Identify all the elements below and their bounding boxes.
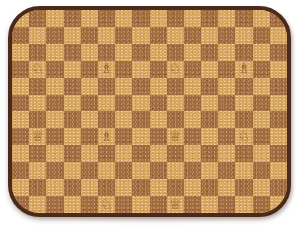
- board-square: [132, 95, 149, 112]
- board-square: [81, 128, 98, 145]
- board-square: ♘: [29, 61, 46, 78]
- board-square: [167, 27, 184, 44]
- board-square: [46, 27, 63, 44]
- board-square: [64, 128, 81, 145]
- board-square: [167, 162, 184, 179]
- board-square: [29, 95, 46, 112]
- board-square: [132, 61, 149, 78]
- board-square: [167, 179, 184, 196]
- board-square: [218, 44, 235, 61]
- squirrel-outline-stamp-icon: ♕: [169, 197, 182, 211]
- board-square: [12, 162, 29, 179]
- board-square: [201, 78, 218, 95]
- board-square: [46, 111, 63, 128]
- board-square: [201, 111, 218, 128]
- board-square: [81, 162, 98, 179]
- dog-outline-stamp-icon: ♘: [32, 61, 45, 75]
- board-square: [64, 179, 81, 196]
- board-square: [235, 145, 252, 162]
- board-square: [132, 10, 149, 27]
- board-square: [235, 95, 252, 112]
- board-square: [150, 10, 167, 27]
- squirrel-outline-stamp-icon: ♕: [32, 129, 45, 143]
- board-square: [218, 196, 235, 213]
- board-square: [253, 196, 270, 213]
- board-square: ♕: [167, 196, 184, 213]
- board-square: [184, 145, 201, 162]
- board-square: [115, 111, 132, 128]
- board-square: [115, 44, 132, 61]
- board-square: [64, 10, 81, 27]
- board-square: [150, 44, 167, 61]
- board-square: [12, 27, 29, 44]
- board-square: [218, 78, 235, 95]
- board-square: [235, 162, 252, 179]
- board-square: [184, 111, 201, 128]
- board-square: [115, 196, 132, 213]
- board-square: [150, 61, 167, 78]
- board-square: [150, 196, 167, 213]
- board-square: ♕: [167, 128, 184, 145]
- board-square: [115, 179, 132, 196]
- board-square: [81, 10, 98, 27]
- board-square: [12, 128, 29, 145]
- board-square: [12, 78, 29, 95]
- board-square: [81, 27, 98, 44]
- cork-checkerboard-mat: ♘♗♘♗♕♗♕♘♘♕: [8, 6, 291, 217]
- board-square: [270, 162, 287, 179]
- board-square: [46, 179, 63, 196]
- board-square: [115, 128, 132, 145]
- board-square: [201, 61, 218, 78]
- board-square: [218, 27, 235, 44]
- board-square: [46, 128, 63, 145]
- board-square: [29, 196, 46, 213]
- board-square: [270, 78, 287, 95]
- board-square: [12, 10, 29, 27]
- board-square: [167, 44, 184, 61]
- board-square: [132, 44, 149, 61]
- board-square: [81, 61, 98, 78]
- board-square: [201, 10, 218, 27]
- board-square: [98, 179, 115, 196]
- board-square: [115, 95, 132, 112]
- board-square: [29, 27, 46, 44]
- board-square: [253, 162, 270, 179]
- board-square: ♗: [98, 61, 115, 78]
- board-square: [235, 196, 252, 213]
- board-square: [167, 10, 184, 27]
- board-square: [81, 44, 98, 61]
- dog-outline-stamp-icon: ♘: [169, 61, 182, 75]
- board-square: [12, 111, 29, 128]
- dog-outline-stamp-icon: ♘: [238, 129, 251, 143]
- board-square: [98, 44, 115, 61]
- board-square: [167, 145, 184, 162]
- board-square: [235, 44, 252, 61]
- board-square: [64, 196, 81, 213]
- board-square: [81, 95, 98, 112]
- board-square: [253, 61, 270, 78]
- board-square: [184, 179, 201, 196]
- board-square: [201, 95, 218, 112]
- board-square: [98, 111, 115, 128]
- board-square: [253, 44, 270, 61]
- board-square: [253, 27, 270, 44]
- board-square: [46, 44, 63, 61]
- board-square: [98, 95, 115, 112]
- board-square: [81, 145, 98, 162]
- board-square: [201, 27, 218, 44]
- board-square: [12, 44, 29, 61]
- board-square: [218, 145, 235, 162]
- board-square: [167, 111, 184, 128]
- board-square: [218, 95, 235, 112]
- board-square: [218, 179, 235, 196]
- board-square: [253, 179, 270, 196]
- board-square: [81, 111, 98, 128]
- board-square: [98, 78, 115, 95]
- board-square: [64, 111, 81, 128]
- board-square: [64, 44, 81, 61]
- cat-outline-stamp-icon: ♗: [238, 61, 251, 75]
- board-square: [150, 179, 167, 196]
- board-square: [132, 128, 149, 145]
- board-square: [12, 95, 29, 112]
- board-square: [64, 95, 81, 112]
- board-square: [150, 95, 167, 112]
- board-square: [46, 10, 63, 27]
- board-square: [12, 145, 29, 162]
- board-square: [270, 111, 287, 128]
- board-square: [132, 162, 149, 179]
- board-square: [64, 27, 81, 44]
- board-square: [253, 128, 270, 145]
- board-square: [64, 78, 81, 95]
- board-square: [150, 27, 167, 44]
- board-square: [253, 10, 270, 27]
- board-square: [184, 128, 201, 145]
- board-square: [29, 78, 46, 95]
- board-square: [270, 44, 287, 61]
- board-square: [46, 196, 63, 213]
- board-square: [218, 10, 235, 27]
- board-square: [201, 44, 218, 61]
- board-square: ♘: [98, 196, 115, 213]
- squirrel-outline-stamp-icon: ♕: [169, 129, 182, 143]
- board-square: [46, 78, 63, 95]
- checkerboard-grid: ♘♗♘♗♕♗♕♘♘♕: [12, 10, 287, 213]
- cat-outline-stamp-icon: ♗: [100, 61, 113, 75]
- board-square: [235, 27, 252, 44]
- board-square: [98, 27, 115, 44]
- board-square: [201, 179, 218, 196]
- board-square: [150, 111, 167, 128]
- board-square: [235, 179, 252, 196]
- board-square: [184, 95, 201, 112]
- board-square: [98, 145, 115, 162]
- board-square: [253, 78, 270, 95]
- board-square: [115, 27, 132, 44]
- board-square: [150, 162, 167, 179]
- board-square: [167, 95, 184, 112]
- board-square: [12, 196, 29, 213]
- board-square: [132, 27, 149, 44]
- board-square: [270, 95, 287, 112]
- board-square: [12, 61, 29, 78]
- board-square: [98, 10, 115, 27]
- board-square: [184, 27, 201, 44]
- board-square: [98, 162, 115, 179]
- board-square: [270, 179, 287, 196]
- board-square: [218, 162, 235, 179]
- board-square: [201, 196, 218, 213]
- board-square: [201, 128, 218, 145]
- board-square: [132, 78, 149, 95]
- dog-outline-stamp-icon: ♘: [100, 197, 113, 211]
- board-square: [132, 196, 149, 213]
- board-square: [184, 10, 201, 27]
- board-square: [253, 111, 270, 128]
- board-square: [46, 95, 63, 112]
- board-square: [46, 162, 63, 179]
- board-square: [201, 145, 218, 162]
- board-square: [115, 162, 132, 179]
- board-square: [115, 145, 132, 162]
- board-square: [270, 128, 287, 145]
- board-square: [29, 162, 46, 179]
- board-square: ♗: [235, 61, 252, 78]
- board-square: [29, 179, 46, 196]
- board-square: [184, 44, 201, 61]
- board-square: [270, 61, 287, 78]
- board-square: [201, 162, 218, 179]
- board-square: [270, 10, 287, 27]
- board-square: [29, 44, 46, 61]
- board-square: [29, 10, 46, 27]
- board-square: [218, 111, 235, 128]
- board-square: [115, 61, 132, 78]
- board-square: [218, 61, 235, 78]
- board-square: [235, 10, 252, 27]
- board-square: [150, 78, 167, 95]
- board-square: [184, 78, 201, 95]
- board-square: [270, 27, 287, 44]
- board-square: [81, 196, 98, 213]
- board-square: [29, 145, 46, 162]
- board-square: [150, 145, 167, 162]
- board-square: [150, 128, 167, 145]
- board-square: [270, 196, 287, 213]
- board-square: [64, 145, 81, 162]
- product-photo: ♘♗♘♗♕♗♕♘♘♕: [0, 0, 300, 230]
- board-square: [253, 145, 270, 162]
- board-square: [12, 179, 29, 196]
- board-square: ♘: [167, 61, 184, 78]
- board-square: [218, 128, 235, 145]
- board-square: [253, 95, 270, 112]
- board-square: [115, 10, 132, 27]
- board-square: [235, 111, 252, 128]
- board-square: [235, 78, 252, 95]
- board-square: [29, 111, 46, 128]
- board-square: [167, 78, 184, 95]
- bird-outline-stamp-icon: ♗: [100, 129, 113, 143]
- board-square: ♕: [29, 128, 46, 145]
- board-square: [64, 61, 81, 78]
- board-square: [270, 145, 287, 162]
- board-square: [115, 78, 132, 95]
- board-square: [81, 179, 98, 196]
- board-square: ♘: [235, 128, 252, 145]
- board-square: [132, 145, 149, 162]
- board-square: [81, 78, 98, 95]
- board-square: [184, 61, 201, 78]
- board-square: [46, 61, 63, 78]
- board-square: ♗: [98, 128, 115, 145]
- board-square: [46, 145, 63, 162]
- board-square: [64, 162, 81, 179]
- board-square: [132, 179, 149, 196]
- board-square: [184, 196, 201, 213]
- board-square: [132, 111, 149, 128]
- board-square: [184, 162, 201, 179]
